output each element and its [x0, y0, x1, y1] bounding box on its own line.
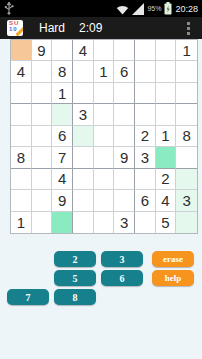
cell-r1c5[interactable]: [94, 40, 115, 61]
app-icon: SU 10: [7, 20, 23, 36]
cell-r3c8[interactable]: [156, 83, 177, 104]
cell-r4c1[interactable]: [11, 104, 32, 125]
cell-r6c4[interactable]: [73, 147, 94, 168]
cell-r1c1[interactable]: [11, 40, 32, 61]
cell-r4c6[interactable]: [114, 104, 135, 125]
number-pad: 235678: [7, 251, 143, 305]
cell-r8c8[interactable]: 4: [156, 190, 177, 211]
cell-r3c5[interactable]: [94, 83, 115, 104]
cell-r9c7[interactable]: [135, 212, 156, 233]
cell-r4c7[interactable]: [135, 104, 156, 125]
overflow-menu-button[interactable]: [181, 19, 195, 37]
cell-r5c9[interactable]: 8: [176, 126, 197, 147]
cell-r1c7[interactable]: [135, 40, 156, 61]
cell-r6c8[interactable]: [156, 147, 177, 168]
cell-r1c2[interactable]: 9: [32, 40, 53, 61]
cell-r8c5[interactable]: [94, 190, 115, 211]
app-bar: SU 10 Hard 2:09: [0, 17, 202, 39]
numpad-key-7[interactable]: 7: [7, 289, 49, 305]
cell-r2c9[interactable]: [176, 61, 197, 82]
battery-icon: [164, 2, 172, 15]
cell-r2c8[interactable]: [156, 61, 177, 82]
cell-r9c6[interactable]: 3: [114, 212, 135, 233]
cell-r2c2[interactable]: [32, 61, 53, 82]
cell-r3c3[interactable]: 1: [52, 83, 73, 104]
cell-r2c5[interactable]: 1: [94, 61, 115, 82]
usb-icon: [4, 2, 14, 15]
sudoku-board: 94148161362188793429643135: [10, 39, 198, 234]
help-button[interactable]: help: [152, 270, 194, 286]
cell-r6c6[interactable]: 9: [114, 147, 135, 168]
cell-r2c1[interactable]: 4: [11, 61, 32, 82]
cell-r5c8[interactable]: 1: [156, 126, 177, 147]
cell-r5c7[interactable]: 2: [135, 126, 156, 147]
erase-button[interactable]: erase: [152, 251, 194, 267]
cell-r5c4[interactable]: [73, 126, 94, 147]
status-clock: 20:28: [175, 4, 198, 14]
cell-r2c6[interactable]: 6: [114, 61, 135, 82]
cell-r7c1[interactable]: [11, 169, 32, 190]
cell-r8c6[interactable]: [114, 190, 135, 211]
cell-r4c3[interactable]: [52, 104, 73, 125]
cell-r8c2[interactable]: [32, 190, 53, 211]
cell-r5c6[interactable]: [114, 126, 135, 147]
signal-icon: [132, 3, 144, 15]
cell-r7c4[interactable]: [73, 169, 94, 190]
cell-r3c7[interactable]: [135, 83, 156, 104]
cell-r4c8[interactable]: [156, 104, 177, 125]
wifi-icon: [116, 3, 129, 15]
cell-r3c1[interactable]: [11, 83, 32, 104]
cell-r8c9[interactable]: 3: [176, 190, 197, 211]
numpad-key-6[interactable]: 6: [101, 270, 143, 286]
cell-r2c7[interactable]: [135, 61, 156, 82]
cell-r3c6[interactable]: [114, 83, 135, 104]
cell-r8c4[interactable]: [73, 190, 94, 211]
cell-r2c4[interactable]: [73, 61, 94, 82]
cell-r8c7[interactable]: 6: [135, 190, 156, 211]
cell-r5c5[interactable]: [94, 126, 115, 147]
cell-r9c5[interactable]: [94, 212, 115, 233]
cell-r9c1[interactable]: 1: [11, 212, 32, 233]
cell-r4c2[interactable]: [32, 104, 53, 125]
cell-r2c3[interactable]: 8: [52, 61, 73, 82]
numpad-key-3[interactable]: 3: [101, 251, 143, 267]
cell-r9c2[interactable]: [32, 212, 53, 233]
cell-r3c4[interactable]: [73, 83, 94, 104]
cell-r4c4[interactable]: 3: [73, 104, 94, 125]
cell-r4c9[interactable]: [176, 104, 197, 125]
screen: 95% 20:28 SU 10 Hard 2:09 94148161362188…: [0, 0, 202, 359]
cell-r5c1[interactable]: [11, 126, 32, 147]
cell-r7c9[interactable]: [176, 169, 197, 190]
difficulty-label: Hard: [39, 21, 65, 35]
cell-r6c7[interactable]: 3: [135, 147, 156, 168]
cell-r9c9[interactable]: [176, 212, 197, 233]
numpad-key-5[interactable]: 5: [54, 270, 96, 286]
cell-r5c3[interactable]: 6: [52, 126, 73, 147]
numpad-key-2[interactable]: 2: [54, 251, 96, 267]
cell-r9c3[interactable]: [52, 212, 73, 233]
cell-r3c9[interactable]: [176, 83, 197, 104]
overflow-dot: [187, 32, 190, 35]
cell-r3c2[interactable]: [32, 83, 53, 104]
overflow-dot: [187, 22, 190, 25]
cell-r6c3[interactable]: 7: [52, 147, 73, 168]
cell-r7c7[interactable]: [135, 169, 156, 190]
battery-percent: 95%: [147, 5, 161, 12]
cell-r1c3[interactable]: [52, 40, 73, 61]
cell-r4c5[interactable]: [94, 104, 115, 125]
cell-r7c3[interactable]: 4: [52, 169, 73, 190]
overflow-dot: [187, 27, 190, 30]
cell-r9c4[interactable]: [73, 212, 94, 233]
cell-r9c8[interactable]: 5: [156, 212, 177, 233]
cell-r5c2[interactable]: [32, 126, 53, 147]
cell-r7c8[interactable]: 2: [156, 169, 177, 190]
cell-r8c1[interactable]: [11, 190, 32, 211]
cell-r7c5[interactable]: [94, 169, 115, 190]
cell-r1c9[interactable]: 1: [176, 40, 197, 61]
cell-r7c2[interactable]: [32, 169, 53, 190]
cell-r6c9[interactable]: [176, 147, 197, 168]
cell-r1c6[interactable]: [114, 40, 135, 61]
game-timer: 2:09: [79, 21, 102, 35]
cell-r6c2[interactable]: [32, 147, 53, 168]
cell-r8c3[interactable]: 9: [52, 190, 73, 211]
cell-r6c5[interactable]: [94, 147, 115, 168]
status-bar: 95% 20:28: [0, 0, 202, 17]
cell-r1c4[interactable]: 4: [73, 40, 94, 61]
cell-r7c6[interactable]: [114, 169, 135, 190]
numpad-key-8[interactable]: 8: [54, 289, 96, 305]
cell-r6c1[interactable]: 8: [11, 147, 32, 168]
cell-r1c8[interactable]: [156, 40, 177, 61]
